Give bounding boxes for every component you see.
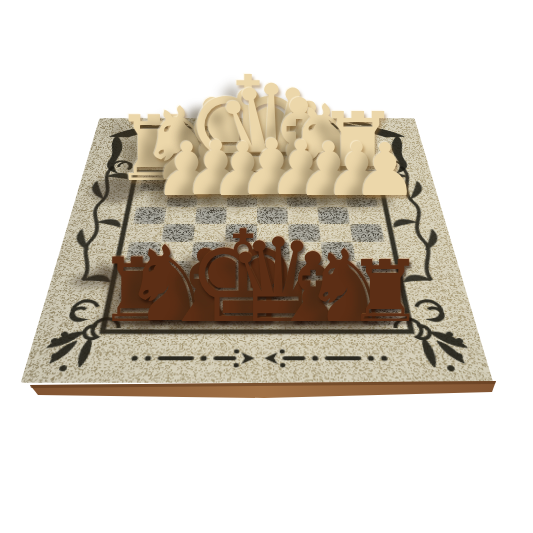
chess-piece-dark-rook[interactable]: ♜: [325, 261, 445, 323]
chess-piece-light-pawn[interactable]: ♟: [325, 143, 445, 196]
pieces-layer: ♜♞♝♚♛♝♞♜♟♟♟♟♟♟♟♟♜♞♝♚♛♝♞♜: [0, 0, 533, 533]
chess-set-product-photo: ♜♞♝♚♛♝♞♜♟♟♟♟♟♟♟♟♜♞♝♚♛♝♞♜: [0, 0, 533, 533]
